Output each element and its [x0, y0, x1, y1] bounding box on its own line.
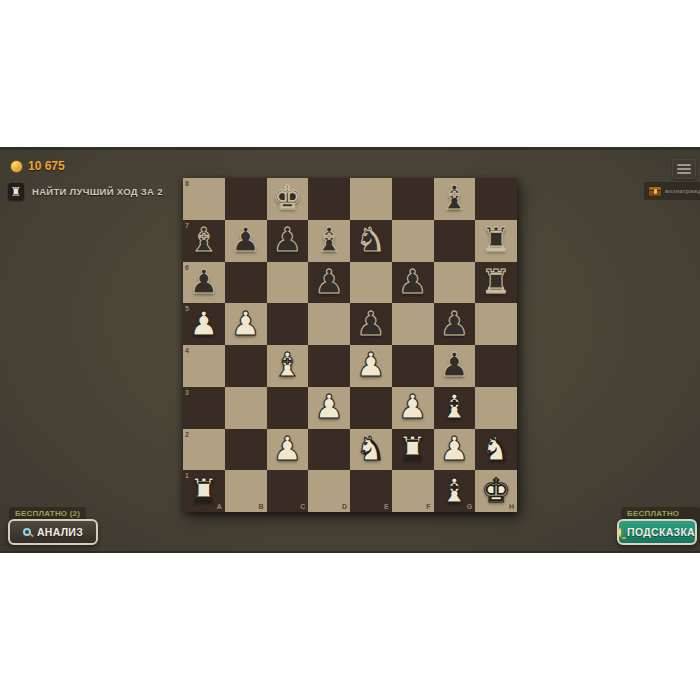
analysis-button[interactable]: АНАЛИЗ: [8, 519, 98, 545]
square-b4[interactable]: [225, 345, 267, 387]
file-label-c: C: [300, 503, 305, 510]
square-a2[interactable]: 2: [183, 429, 225, 471]
app-window: 10 675 ♜ НАЙТИ ЛУЧШИЙ ХОД ЗА 2 вознаграж…: [0, 147, 700, 553]
white-pawn[interactable]: ♟: [273, 432, 303, 465]
black-pawn[interactable]: ♟: [189, 265, 219, 298]
file-label-d: D: [342, 503, 347, 510]
magnifier-icon: [23, 528, 31, 536]
square-h1[interactable]: H♚: [475, 470, 517, 512]
square-g6[interactable]: [434, 262, 476, 304]
square-f3[interactable]: ♟: [392, 387, 434, 429]
square-g2[interactable]: ♟: [434, 429, 476, 471]
white-pawn[interactable]: ♟: [189, 307, 219, 340]
black-bishop[interactable]: ♝: [314, 223, 344, 256]
square-f7[interactable]: [392, 220, 434, 262]
white-bishop[interactable]: ♝: [440, 474, 470, 507]
white-pawn[interactable]: ♟: [314, 390, 344, 423]
black-pawn[interactable]: ♟: [440, 348, 470, 381]
black-pawn[interactable]: ♟: [440, 307, 470, 340]
square-h8[interactable]: [475, 178, 517, 220]
white-pawn[interactable]: ♟: [356, 348, 386, 381]
coin-icon: [10, 160, 23, 173]
square-b8[interactable]: [225, 178, 267, 220]
square-d5[interactable]: [308, 303, 350, 345]
white-pawn[interactable]: ♟: [231, 307, 261, 340]
square-b2[interactable]: [225, 429, 267, 471]
square-d6[interactable]: ♟: [308, 262, 350, 304]
white-bishop[interactable]: ♝: [273, 348, 303, 381]
square-g3[interactable]: ♝: [434, 387, 476, 429]
square-g7[interactable]: [434, 220, 476, 262]
square-d3[interactable]: ♟: [308, 387, 350, 429]
hint-button-label: ПОДСКАЗКА: [627, 526, 695, 538]
square-a3[interactable]: 3: [183, 387, 225, 429]
white-rook[interactable]: ♜: [398, 432, 428, 465]
square-c1[interactable]: C: [267, 470, 309, 512]
square-e5[interactable]: ♟: [350, 303, 392, 345]
lightbulb-icon: [619, 528, 621, 537]
black-pawn[interactable]: ♟: [314, 265, 344, 298]
square-e8[interactable]: [350, 178, 392, 220]
chess-board: 8♚♝7♝♟♟♝♞♜6♟♟♟♜5♟♟♟♟4♝♟♟3♟♟♝2♟♞♜♟♞1A♜BCD…: [183, 178, 517, 512]
square-g4[interactable]: ♟: [434, 345, 476, 387]
analysis-button-label: АНАЛИЗ: [37, 526, 83, 538]
file-label-f: F: [426, 503, 430, 510]
rank-label-8: 8: [185, 180, 189, 187]
square-e4[interactable]: ♟: [350, 345, 392, 387]
square-d8[interactable]: [308, 178, 350, 220]
square-c5[interactable]: [267, 303, 309, 345]
square-g1[interactable]: G♝: [434, 470, 476, 512]
square-h7[interactable]: ♜: [475, 220, 517, 262]
file-label-b: B: [258, 503, 263, 510]
square-h2[interactable]: ♞: [475, 429, 517, 471]
square-c2[interactable]: ♟: [267, 429, 309, 471]
black-knight[interactable]: ♞: [356, 223, 386, 256]
treasure-chest-icon: [648, 186, 662, 197]
white-bishop[interactable]: ♝: [440, 390, 470, 423]
square-f2[interactable]: ♜: [392, 429, 434, 471]
hamburger-icon: [677, 164, 691, 166]
hint-button[interactable]: ПОДСКАЗКА: [617, 519, 697, 545]
black-rook[interactable]: ♜: [481, 265, 511, 298]
white-rook[interactable]: ♜: [189, 474, 219, 507]
black-rook[interactable]: ♜: [481, 223, 511, 256]
square-g5[interactable]: ♟: [434, 303, 476, 345]
square-a7[interactable]: 7♝: [183, 220, 225, 262]
square-d7[interactable]: ♝: [308, 220, 350, 262]
square-f5[interactable]: [392, 303, 434, 345]
reward-button[interactable]: вознаграждение: [644, 182, 700, 200]
square-e7[interactable]: ♞: [350, 220, 392, 262]
black-pawn[interactable]: ♟: [356, 307, 386, 340]
task-banner: ♜ НАЙТИ ЛУЧШИЙ ХОД ЗА 2: [8, 183, 163, 200]
square-g8[interactable]: ♝: [434, 178, 476, 220]
square-b1[interactable]: B: [225, 470, 267, 512]
square-c7[interactable]: ♟: [267, 220, 309, 262]
square-b7[interactable]: ♟: [225, 220, 267, 262]
file-label-e: E: [384, 503, 389, 510]
rank-label-4: 4: [185, 347, 189, 354]
square-a1[interactable]: 1A♜: [183, 470, 225, 512]
rank-label-2: 2: [185, 431, 189, 438]
square-d4[interactable]: [308, 345, 350, 387]
square-b3[interactable]: [225, 387, 267, 429]
square-e6[interactable]: [350, 262, 392, 304]
square-h4[interactable]: [475, 345, 517, 387]
square-a5[interactable]: 5♟: [183, 303, 225, 345]
black-bishop[interactable]: ♝: [440, 181, 470, 214]
black-bishop[interactable]: ♝: [189, 223, 219, 256]
coin-amount: 10 675: [28, 159, 65, 173]
white-king[interactable]: ♚: [481, 474, 511, 507]
square-c8[interactable]: ♚: [267, 178, 309, 220]
square-b5[interactable]: ♟: [225, 303, 267, 345]
black-pawn[interactable]: ♟: [231, 223, 261, 256]
square-e3[interactable]: [350, 387, 392, 429]
white-pawn[interactable]: ♟: [440, 432, 470, 465]
square-a6[interactable]: 6♟: [183, 262, 225, 304]
square-e1[interactable]: E: [350, 470, 392, 512]
square-c6[interactable]: [267, 262, 309, 304]
square-b6[interactable]: [225, 262, 267, 304]
square-f4[interactable]: [392, 345, 434, 387]
square-h3[interactable]: [475, 387, 517, 429]
square-c4[interactable]: ♝: [267, 345, 309, 387]
white-knight[interactable]: ♞: [481, 432, 511, 465]
chess-rook-icon: ♜: [8, 183, 24, 200]
square-f6[interactable]: ♟: [392, 262, 434, 304]
square-d1[interactable]: D: [308, 470, 350, 512]
square-d2[interactable]: [308, 429, 350, 471]
rank-label-3: 3: [185, 389, 189, 396]
square-a4[interactable]: 4: [183, 345, 225, 387]
square-h6[interactable]: ♜: [475, 262, 517, 304]
coin-counter: 10 675: [10, 159, 65, 173]
task-label: НАЙТИ ЛУЧШИЙ ХОД ЗА 2: [32, 186, 163, 197]
black-pawn[interactable]: ♟: [273, 223, 303, 256]
white-pawn[interactable]: ♟: [398, 390, 428, 423]
reward-label: вознаграждение: [665, 188, 700, 194]
square-h5[interactable]: [475, 303, 517, 345]
square-f1[interactable]: F: [392, 470, 434, 512]
square-c3[interactable]: [267, 387, 309, 429]
black-king[interactable]: ♚: [273, 181, 303, 214]
black-pawn[interactable]: ♟: [398, 265, 428, 298]
white-knight[interactable]: ♞: [356, 432, 386, 465]
square-f8[interactable]: [392, 178, 434, 220]
menu-button[interactable]: [672, 159, 696, 179]
square-e2[interactable]: ♞: [350, 429, 392, 471]
square-a8[interactable]: 8: [183, 178, 225, 220]
